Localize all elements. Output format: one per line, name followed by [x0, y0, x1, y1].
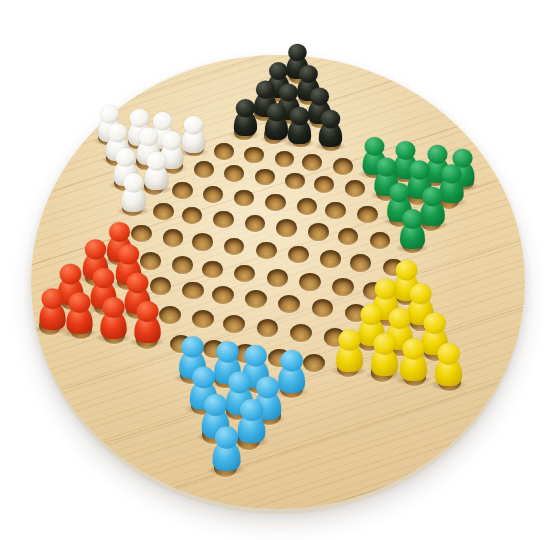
- peg-head: [279, 84, 298, 102]
- board-hole[interactable]: [153, 203, 174, 220]
- peg-black[interactable]: [287, 106, 311, 143]
- board-hole[interactable]: [338, 228, 359, 245]
- board-hole[interactable]: [214, 143, 234, 159]
- peg-head: [130, 109, 150, 128]
- board-hole[interactable]: [256, 242, 277, 260]
- peg-head: [41, 288, 63, 309]
- peg-head: [268, 62, 287, 80]
- peg-head: [266, 103, 285, 122]
- peg-black[interactable]: [318, 110, 342, 147]
- peg-green[interactable]: [399, 209, 425, 249]
- peg-head: [422, 186, 443, 206]
- board-hole[interactable]: [223, 315, 245, 333]
- board-hole[interactable]: [267, 269, 288, 287]
- peg-head: [409, 283, 431, 304]
- peg-head: [401, 338, 423, 359]
- peg-head: [107, 123, 127, 142]
- peg-head: [102, 297, 124, 318]
- board-hole[interactable]: [172, 182, 192, 199]
- peg-head: [183, 116, 203, 135]
- photo-canvas: [0, 0, 552, 540]
- board-hole[interactable]: [303, 354, 325, 373]
- board-hole[interactable]: [212, 286, 234, 304]
- board-hole[interactable]: [182, 282, 204, 300]
- board-hole[interactable]: [297, 198, 317, 215]
- peg-head: [108, 221, 129, 241]
- board-hole[interactable]: [194, 161, 214, 178]
- peg-head: [192, 367, 215, 389]
- peg-head: [161, 131, 181, 150]
- board-hole[interactable]: [150, 277, 172, 295]
- board-hole[interactable]: [224, 165, 244, 182]
- board-hole[interactable]: [265, 194, 285, 211]
- peg-blue[interactable]: [237, 399, 266, 443]
- peg-head: [289, 106, 309, 125]
- peg-head: [256, 80, 275, 98]
- board-hole[interactable]: [332, 278, 353, 296]
- peg-yellow[interactable]: [434, 343, 462, 386]
- peg-head: [389, 182, 410, 202]
- board-hole[interactable]: [278, 295, 300, 313]
- peg-head: [235, 99, 254, 117]
- peg-head: [360, 304, 382, 325]
- board-hole[interactable]: [288, 246, 309, 264]
- peg-red[interactable]: [38, 288, 65, 330]
- peg-head: [126, 272, 148, 293]
- peg-yellow[interactable]: [335, 329, 363, 372]
- peg-white[interactable]: [181, 116, 205, 153]
- peg-head: [288, 44, 307, 62]
- board-hole[interactable]: [255, 169, 275, 186]
- peg-head: [99, 105, 118, 124]
- peg-head: [423, 313, 445, 334]
- peg-head: [376, 157, 396, 176]
- board-hole[interactable]: [302, 154, 322, 171]
- peg-black[interactable]: [233, 99, 257, 136]
- peg-head: [181, 336, 203, 357]
- board-hole[interactable]: [140, 252, 161, 270]
- board-hole[interactable]: [192, 233, 213, 250]
- board-hole[interactable]: [172, 256, 193, 274]
- peg-head: [59, 263, 81, 284]
- peg-head: [402, 209, 423, 229]
- peg-head: [298, 65, 317, 83]
- peg-head: [136, 301, 158, 322]
- peg-head: [146, 151, 166, 170]
- peg-head: [395, 259, 417, 280]
- peg-head: [115, 148, 135, 167]
- peg-head: [244, 345, 267, 366]
- board-hole[interactable]: [325, 202, 346, 219]
- board-hole[interactable]: [159, 306, 181, 324]
- peg-head: [441, 164, 461, 183]
- peg-blue[interactable]: [212, 426, 241, 471]
- peg-head: [216, 341, 238, 362]
- board-hole[interactable]: [345, 180, 365, 197]
- peg-head: [203, 394, 226, 416]
- board-hole[interactable]: [350, 254, 371, 272]
- board-hole[interactable]: [308, 223, 329, 240]
- board-hole[interactable]: [202, 261, 223, 279]
- board-hole[interactable]: [203, 186, 223, 203]
- peg-white[interactable]: [121, 173, 146, 212]
- peg-head: [138, 127, 158, 146]
- peg-head: [373, 334, 395, 355]
- peg-head: [374, 279, 396, 300]
- peg-head: [117, 244, 138, 264]
- peg-head: [320, 110, 340, 129]
- peg-head: [256, 377, 279, 399]
- peg-head: [239, 399, 262, 421]
- peg-head: [215, 426, 238, 448]
- peg-red[interactable]: [99, 297, 126, 339]
- peg-head: [437, 343, 460, 364]
- peg-red[interactable]: [133, 301, 160, 343]
- peg-yellow[interactable]: [371, 334, 399, 377]
- peg-head: [338, 329, 360, 350]
- peg-head: [309, 87, 328, 105]
- board-hole[interactable]: [320, 250, 341, 268]
- board-hole[interactable]: [276, 219, 297, 236]
- board-hole[interactable]: [314, 176, 334, 193]
- peg-head: [228, 372, 251, 394]
- board-hole[interactable]: [245, 290, 267, 308]
- peg-yellow[interactable]: [399, 338, 427, 381]
- board-hole[interactable]: [290, 324, 312, 342]
- peg-head: [123, 173, 143, 192]
- board-hole[interactable]: [357, 206, 378, 223]
- board-hole[interactable]: [163, 229, 184, 246]
- peg-head: [93, 268, 115, 289]
- board-hole[interactable]: [333, 158, 353, 175]
- peg-black[interactable]: [264, 103, 288, 140]
- board-hole[interactable]: [299, 273, 320, 291]
- peg-white[interactable]: [144, 151, 169, 189]
- peg-red[interactable]: [65, 292, 92, 334]
